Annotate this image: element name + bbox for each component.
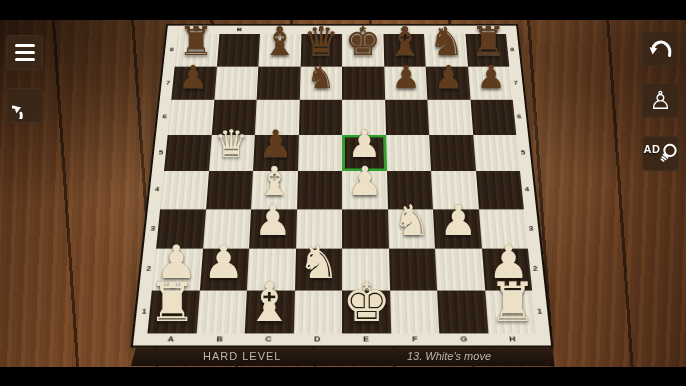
square-h4[interactable] <box>476 171 524 209</box>
ad-hint-bulb-icon: AD <box>644 138 678 170</box>
square-e7[interactable] <box>342 66 385 99</box>
square-d4[interactable] <box>297 171 342 209</box>
letterbox-top <box>0 0 686 20</box>
rank-label-left-7: 7 <box>162 80 174 86</box>
rank-label-right-6: 6 <box>513 114 525 120</box>
square-g2[interactable] <box>435 249 485 290</box>
piece-white-knight-f3[interactable]: ♞ <box>393 200 431 242</box>
piece-black-pawn-a7[interactable]: ♟ <box>179 61 208 93</box>
restart-button[interactable] <box>6 88 43 123</box>
piece-white-bishop-c4[interactable]: ♝ <box>256 161 292 201</box>
piece-white-pawn-c3[interactable]: ♟ <box>254 200 292 242</box>
hint-ad-button[interactable]: AD <box>642 136 679 171</box>
move-indicator: 13. White's move <box>407 350 491 362</box>
square-f5[interactable] <box>386 135 431 171</box>
rank-label-right-4: 4 <box>521 186 534 193</box>
rank-label-right-8: 8 <box>506 47 518 53</box>
square-a4[interactable] <box>160 171 208 209</box>
square-f6[interactable] <box>385 100 429 135</box>
piece-black-rook-h8[interactable]: ♜ <box>470 21 506 61</box>
menu-icon <box>15 44 35 62</box>
rank-label-right-5: 5 <box>517 149 530 156</box>
file-label-bottom-a: A <box>164 335 178 343</box>
square-b7[interactable] <box>214 66 258 99</box>
piece-black-knight-d7[interactable]: ♞ <box>306 61 335 93</box>
undo-button[interactable] <box>642 31 679 66</box>
piece-black-pawn-f7[interactable]: ♟ <box>392 61 421 93</box>
piece-white-bishop-c1[interactable]: ♝ <box>245 276 293 330</box>
piece-white-queen-b5[interactable]: ♛ <box>214 125 248 163</box>
square-f2[interactable] <box>388 249 437 290</box>
piece-white-rook-a1[interactable]: ♜ <box>148 276 196 330</box>
square-h6[interactable] <box>470 100 516 135</box>
square-h5[interactable] <box>473 135 520 171</box>
piece-white-rook-h1[interactable]: ♜ <box>488 276 536 330</box>
rank-label-left-4: 4 <box>151 186 164 193</box>
square-g1[interactable] <box>437 290 488 333</box>
square-g6[interactable] <box>427 100 472 135</box>
square-d5[interactable] <box>298 135 343 171</box>
rank-label-left-6: 6 <box>159 114 171 120</box>
square-d1[interactable] <box>293 290 342 333</box>
level-label: HARD LEVEL <box>203 350 281 362</box>
piece-black-bishop-c8[interactable]: ♝ <box>261 21 297 61</box>
piece-black-pawn-g7[interactable]: ♟ <box>434 61 463 93</box>
file-label-bottom-f: F <box>408 335 421 343</box>
square-f1[interactable] <box>390 290 440 333</box>
rank-label-left-5: 5 <box>155 149 168 156</box>
piece-black-pawn-h7[interactable]: ♟ <box>477 61 506 93</box>
rank-label-left-8: 8 <box>166 47 178 53</box>
file-label-bottom-b: B <box>213 335 227 343</box>
piece-black-bishop-f8[interactable]: ♝ <box>387 21 423 61</box>
square-a6[interactable] <box>168 100 214 135</box>
file-label-bottom-h: H <box>506 335 520 343</box>
square-d6[interactable] <box>298 100 342 135</box>
square-b8[interactable] <box>217 34 260 66</box>
piece-black-queen-d8[interactable]: ♛ <box>303 21 339 61</box>
piece-white-knight-d2[interactable]: ♞ <box>298 239 339 285</box>
menu-button[interactable] <box>6 35 43 70</box>
square-e3[interactable] <box>342 209 388 249</box>
piece-black-rook-a8[interactable]: ♜ <box>178 21 214 61</box>
square-g5[interactable] <box>429 135 475 171</box>
square-c7[interactable] <box>257 66 301 99</box>
piece-white-pawn-b2[interactable]: ♟ <box>203 239 244 285</box>
undo-icon <box>647 35 675 63</box>
ad-badge: AD <box>644 143 661 155</box>
piece-white-pawn-e4[interactable]: ♟ <box>347 161 383 201</box>
restart-icon <box>12 93 38 119</box>
letterbox-bottom <box>0 367 686 386</box>
file-label-top-b: B <box>234 27 245 33</box>
piece-white-king-e1[interactable]: ♚ <box>343 276 391 330</box>
file-label-bottom-g: G <box>457 335 471 343</box>
piece-black-knight-g8[interactable]: ♞ <box>429 21 465 61</box>
square-b1[interactable] <box>196 290 247 333</box>
file-label-bottom-d: D <box>311 335 324 343</box>
file-label-bottom-e: E <box>360 335 373 343</box>
pawn-icon: ♙ <box>649 88 671 113</box>
rank-label-left-3: 3 <box>146 225 159 232</box>
rank-label-right-7: 7 <box>510 80 522 86</box>
piece-white-pawn-g3[interactable]: ♟ <box>439 200 477 242</box>
piece-black-king-e8[interactable]: ♚ <box>345 21 381 61</box>
rank-label-right-3: 3 <box>524 225 537 232</box>
square-b4[interactable] <box>206 171 253 209</box>
piece-style-button[interactable]: ♙ <box>642 83 679 118</box>
file-label-bottom-c: C <box>262 335 275 343</box>
board-front-edge: HARD LEVEL 13. White's move <box>131 346 555 366</box>
square-a5[interactable] <box>164 135 211 171</box>
